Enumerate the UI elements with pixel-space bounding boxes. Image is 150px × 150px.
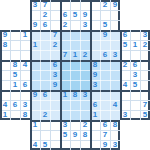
cell-r14c3-given-4[interactable]: 4: [30, 140, 40, 150]
cell-r1c0: [0, 10, 10, 20]
cell-r8c9-given-3[interactable]: 3: [90, 80, 100, 90]
cell-r9c5[interactable]: [50, 90, 60, 100]
cell-r8c5-given-9[interactable]: 9: [50, 80, 60, 90]
cell-r4c5-given-2[interactable]: 2: [50, 40, 60, 50]
cell-r4c3-given-1[interactable]: 1: [30, 40, 40, 50]
cell-r2c6-given-2[interactable]: 2: [60, 20, 70, 30]
cell-r0c3-given-3[interactable]: 3: [30, 0, 40, 10]
cell-r10c2-given-3[interactable]: 3: [20, 100, 30, 110]
cell-r1c2: [20, 10, 30, 20]
cell-r1c1: [10, 10, 20, 20]
cell-r14c1: [10, 140, 20, 150]
cell-r6c4[interactable]: [40, 60, 50, 70]
cell-r5c3[interactable]: [30, 50, 40, 60]
cell-r7c5-given-3[interactable]: 3: [50, 70, 60, 80]
cell-r7c7[interactable]: [70, 70, 80, 80]
cell-r4c14-given-2[interactable]: 2: [140, 40, 150, 50]
cell-r1c13: [130, 10, 140, 20]
cell-r5c1[interactable]: [10, 50, 20, 60]
cell-r5c8-given-2[interactable]: 2: [80, 50, 90, 60]
cell-r3c0-given-9[interactable]: 9: [0, 30, 10, 40]
cell-r6c12-given-2[interactable]: 2: [120, 60, 130, 70]
cell-r3c2-given-1[interactable]: 1: [20, 30, 30, 40]
cell-r7c0[interactable]: [0, 70, 10, 80]
cell-r10c6[interactable]: [60, 100, 70, 110]
cell-r5c6-given-7[interactable]: 7: [60, 50, 70, 60]
cell-r5c13[interactable]: [130, 50, 140, 60]
cell-r14c5[interactable]: [50, 140, 60, 150]
cell-r11c2-given-8[interactable]: 8: [20, 110, 30, 120]
cell-r3c4[interactable]: [40, 30, 50, 40]
cell-r8c7[interactable]: [70, 80, 80, 90]
cell-r9c12[interactable]: [120, 90, 130, 100]
cell-r3c9[interactable]: [90, 30, 100, 40]
cell-r3c11[interactable]: [110, 30, 120, 40]
cell-r13c13: [130, 130, 140, 140]
cell-r9c9[interactable]: [90, 90, 100, 100]
cell-r0c12: [120, 0, 130, 10]
cell-r8c12-given-4[interactable]: 4: [120, 80, 130, 90]
cell-r14c10-given-9[interactable]: 9: [100, 140, 110, 150]
cell-r3c13[interactable]: [130, 30, 140, 40]
cell-r3c10-given-9[interactable]: 9: [100, 30, 110, 40]
cell-r5c12[interactable]: [120, 50, 130, 60]
cell-r13c3[interactable]: [30, 130, 40, 140]
cell-r7c12[interactable]: [120, 70, 130, 80]
cell-r4c6[interactable]: [60, 40, 70, 50]
cell-r0c11-given-9[interactable]: 9: [110, 0, 120, 10]
cell-r1c5[interactable]: [50, 10, 60, 20]
cell-r8c13-given-5[interactable]: 5: [130, 80, 140, 90]
cell-r6c9-given-8[interactable]: 8: [90, 60, 100, 70]
cell-r3c8[interactable]: [80, 30, 90, 40]
cell-r11c7[interactable]: [70, 110, 80, 120]
cell-r10c14-given-7[interactable]: 7: [140, 100, 150, 110]
cell-r2c8-given-3[interactable]: 3: [80, 20, 90, 30]
cell-r2c12: [120, 20, 130, 30]
cell-r2c3-given-9[interactable]: 9: [30, 20, 40, 30]
cell-r3c1[interactable]: [10, 30, 20, 40]
cell-r0c9[interactable]: [90, 0, 100, 10]
cell-r0c1: [10, 0, 20, 10]
cell-r5c10-given-6[interactable]: 6: [100, 50, 110, 60]
cell-r14c13: [130, 140, 140, 150]
cell-r7c4[interactable]: [40, 70, 50, 80]
cell-r11c11[interactable]: [110, 110, 120, 120]
cell-r7c9-given-9[interactable]: 9: [90, 70, 100, 80]
cell-r13c0: [0, 130, 10, 140]
cell-r12c4[interactable]: [40, 120, 50, 130]
cell-r8c6[interactable]: [60, 80, 70, 90]
cell-r5c14[interactable]: [140, 50, 150, 60]
cell-r7c6[interactable]: [60, 70, 70, 80]
cell-r10c10[interactable]: [100, 100, 110, 110]
cell-r12c1: [10, 120, 20, 130]
cell-r0c6[interactable]: [60, 0, 70, 10]
cell-r3c6[interactable]: [60, 30, 70, 40]
cell-r11c10[interactable]: [100, 110, 110, 120]
cell-r4c13-given-1[interactable]: 1: [130, 40, 140, 50]
cell-r13c14: [140, 130, 150, 140]
cell-r12c11-given-8[interactable]: 8: [110, 120, 120, 130]
cell-r10c8[interactable]: [80, 100, 90, 110]
cell-r12c5[interactable]: [50, 120, 60, 130]
cell-r14c9[interactable]: [90, 140, 100, 150]
cell-r14c12: [120, 140, 130, 150]
cell-r8c2-given-6[interactable]: 6: [20, 80, 30, 90]
cell-r13c12: [120, 130, 130, 140]
cell-r13c1: [10, 130, 20, 140]
cell-r7c10[interactable]: [100, 70, 110, 80]
cell-r9c0[interactable]: [0, 90, 10, 100]
cell-r0c10-given-2[interactable]: 2: [100, 0, 110, 10]
cell-r13c8-given-8[interactable]: 8: [80, 130, 90, 140]
cell-r13c4[interactable]: [40, 130, 50, 140]
cell-r9c11[interactable]: [110, 90, 120, 100]
cell-r5c11-given-3[interactable]: 3: [110, 50, 120, 60]
cell-r8c3[interactable]: [30, 80, 40, 90]
cell-r9c4-given-6[interactable]: 6: [40, 90, 50, 100]
cell-r1c11[interactable]: [110, 10, 120, 20]
cell-r7c14[interactable]: [140, 70, 150, 80]
cell-r12c13: [130, 120, 140, 130]
cell-r9c1[interactable]: [10, 90, 20, 100]
cell-r12c7[interactable]: [70, 120, 80, 130]
cell-r14c6[interactable]: [60, 140, 70, 150]
cell-r0c13: [130, 0, 140, 10]
cell-r1c12: [120, 10, 130, 20]
cell-r9c6-given-1[interactable]: 1: [60, 90, 70, 100]
cell-r5c4[interactable]: [40, 50, 50, 60]
cell-r14c4-given-5[interactable]: 5: [40, 140, 50, 150]
cell-r1c14: [140, 10, 150, 20]
cell-r10c1-given-6[interactable]: 6: [10, 100, 20, 110]
cell-r12c3-given-1[interactable]: 1: [30, 120, 40, 130]
cell-r10c5[interactable]: [50, 100, 60, 110]
cell-r5c2[interactable]: [20, 50, 30, 60]
cell-r6c10[interactable]: [100, 60, 110, 70]
cell-r8c10[interactable]: [100, 80, 110, 90]
cell-r4c7[interactable]: [70, 40, 80, 50]
cell-r13c10-given-7[interactable]: 7: [100, 130, 110, 140]
cell-r12c10-given-6[interactable]: 6: [100, 120, 110, 130]
flower-sudoku-board: 3729265996235917963812512712638468265393…: [0, 0, 150, 150]
cell-r13c2: [20, 130, 30, 140]
cell-r11c4-given-2[interactable]: 2: [40, 110, 50, 120]
cell-r2c14: [140, 20, 150, 30]
cell-r9c7-given-8[interactable]: 8: [70, 90, 80, 100]
cell-r2c7[interactable]: [70, 20, 80, 30]
cell-r6c6[interactable]: [60, 60, 70, 70]
flower-sudoku-page: 3729265996235917963812512712638468265393…: [0, 0, 150, 150]
cell-r1c3[interactable]: [30, 10, 40, 20]
cell-r6c1-given-8[interactable]: 8: [10, 60, 20, 70]
cell-r1c7-given-5[interactable]: 5: [70, 10, 80, 20]
cell-r14c0: [0, 140, 10, 150]
cell-r2c11[interactable]: [110, 20, 120, 30]
cell-r12c12: [120, 120, 130, 130]
cell-r14c8[interactable]: [80, 140, 90, 150]
cell-r6c11[interactable]: [110, 60, 120, 70]
cell-r8c0[interactable]: [0, 80, 10, 90]
cell-r7c3[interactable]: [30, 70, 40, 80]
cell-r11c1[interactable]: [10, 110, 20, 120]
cell-r4c12-given-5[interactable]: 5: [120, 40, 130, 50]
cell-r1c9[interactable]: [90, 10, 100, 20]
cell-r12c9[interactable]: [90, 120, 100, 130]
cell-r6c2-given-4[interactable]: 4: [20, 60, 30, 70]
cell-r12c6-given-3[interactable]: 3: [60, 120, 70, 130]
cell-r6c13-given-6[interactable]: 6: [130, 60, 140, 70]
cell-r0c8[interactable]: [80, 0, 90, 10]
cell-r11c6[interactable]: [60, 110, 70, 120]
cell-r8c4[interactable]: [40, 80, 50, 90]
cell-r0c5[interactable]: [50, 0, 60, 10]
cell-r5c7-given-1[interactable]: 1: [70, 50, 80, 60]
cell-r9c14[interactable]: [140, 90, 150, 100]
cell-r2c5[interactable]: [50, 20, 60, 30]
cell-r13c5[interactable]: [50, 130, 60, 140]
cell-r10c13[interactable]: [130, 100, 140, 110]
cell-r8c8[interactable]: [80, 80, 90, 90]
cell-r10c11-given-4[interactable]: 4: [110, 100, 120, 110]
cell-r12c14: [140, 120, 150, 130]
cell-r2c9[interactable]: [90, 20, 100, 30]
cell-r2c1: [10, 20, 20, 30]
cell-r4c9[interactable]: [90, 40, 100, 50]
cell-r11c9-given-1[interactable]: 1: [90, 110, 100, 120]
cell-r12c8-given-2[interactable]: 2: [80, 120, 90, 130]
cell-r13c7-given-9[interactable]: 9: [70, 130, 80, 140]
cell-r0c4-given-7[interactable]: 7: [40, 0, 50, 10]
cell-r7c2[interactable]: [20, 70, 30, 80]
cell-r1c10[interactable]: [100, 10, 110, 20]
cell-r4c0-given-8[interactable]: 8: [0, 40, 10, 50]
cell-r11c13[interactable]: [130, 110, 140, 120]
cell-r1c4-given-2[interactable]: 2: [40, 10, 50, 20]
cell-r14c7[interactable]: [70, 140, 80, 150]
cell-r8c11[interactable]: [110, 80, 120, 90]
cell-r11c0-given-1[interactable]: 1: [0, 110, 10, 120]
cell-r11c3[interactable]: [30, 110, 40, 120]
cell-r3c14-given-3[interactable]: 3: [140, 30, 150, 40]
cell-r11c12-given-3[interactable]: 3: [120, 110, 130, 120]
cell-r2c4-given-6[interactable]: 6: [40, 20, 50, 30]
cell-r13c9[interactable]: [90, 130, 100, 140]
cell-r10c3[interactable]: [30, 100, 40, 110]
cell-r1c8-given-9[interactable]: 9: [80, 10, 90, 20]
cell-r4c1[interactable]: [10, 40, 20, 50]
cell-r7c13-given-3[interactable]: 3: [130, 70, 140, 80]
cell-r4c4[interactable]: [40, 40, 50, 50]
cell-r5c5[interactable]: [50, 50, 60, 60]
cell-r10c12[interactable]: [120, 100, 130, 110]
cell-r11c14-given-5[interactable]: 5: [140, 110, 150, 120]
cell-r0c14: [140, 0, 150, 10]
cell-r7c8[interactable]: [80, 70, 90, 80]
cell-r13c6-given-5[interactable]: 5: [60, 130, 70, 140]
cell-r7c1-given-5[interactable]: 5: [10, 70, 20, 80]
cell-r3c7[interactable]: [70, 30, 80, 40]
cell-r6c5-given-6[interactable]: 6: [50, 60, 60, 70]
cell-r2c2: [20, 20, 30, 30]
cell-r10c9-given-6[interactable]: 6: [90, 100, 100, 110]
cell-r9c13[interactable]: [130, 90, 140, 100]
cell-r3c5-given-7[interactable]: 7: [50, 30, 60, 40]
cell-r6c14[interactable]: [140, 60, 150, 70]
cell-r9c3-given-9[interactable]: 9: [30, 90, 40, 100]
cell-r10c0-given-4[interactable]: 4: [0, 100, 10, 110]
cell-r9c8-given-3[interactable]: 3: [80, 90, 90, 100]
cell-r2c0: [0, 20, 10, 30]
cell-r8c14[interactable]: [140, 80, 150, 90]
cell-r8c1-given-1[interactable]: 1: [10, 80, 20, 90]
cell-r4c2[interactable]: [20, 40, 30, 50]
cell-r3c12-given-6[interactable]: 6: [120, 30, 130, 40]
cell-r4c10[interactable]: [100, 40, 110, 50]
cell-r0c7[interactable]: [70, 0, 80, 10]
cell-r11c5[interactable]: [50, 110, 60, 120]
cell-r6c8[interactable]: [80, 60, 90, 70]
cell-r12c0: [0, 120, 10, 130]
cell-r2c10-given-5[interactable]: 5: [100, 20, 110, 30]
cell-r13c11[interactable]: [110, 130, 120, 140]
cell-r6c7[interactable]: [70, 60, 80, 70]
cell-r11c8[interactable]: [80, 110, 90, 120]
cell-r1c6-given-6[interactable]: 6: [60, 10, 70, 20]
cell-r3c3[interactable]: [30, 30, 40, 40]
cell-r4c11[interactable]: [110, 40, 120, 50]
cell-r0c2: [20, 0, 30, 10]
cell-r4c8[interactable]: [80, 40, 90, 50]
cell-r6c3[interactable]: [30, 60, 40, 70]
cell-r9c10[interactable]: [100, 90, 110, 100]
cell-r5c0[interactable]: [0, 50, 10, 60]
cell-r7c11[interactable]: [110, 70, 120, 80]
cell-r14c2: [20, 140, 30, 150]
cell-r14c11-given-3[interactable]: 3: [110, 140, 120, 150]
cell-r0c0: [0, 0, 10, 10]
cell-r10c7[interactable]: [70, 100, 80, 110]
cell-r5c9[interactable]: [90, 50, 100, 60]
cell-r2c13: [130, 20, 140, 30]
cell-r10c4[interactable]: [40, 100, 50, 110]
cell-r14c14: [140, 140, 150, 150]
cell-r6c0[interactable]: [0, 60, 10, 70]
cell-r12c2: [20, 120, 30, 130]
cell-r9c2[interactable]: [20, 90, 30, 100]
